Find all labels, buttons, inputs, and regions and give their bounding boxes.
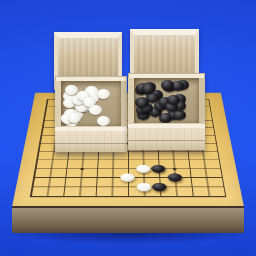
white-stone-H2	[136, 183, 151, 192]
white-stone	[97, 116, 110, 126]
black-stone	[136, 98, 149, 108]
black-stone-box	[128, 73, 205, 150]
black-stone	[167, 95, 180, 105]
white-stone-H4	[136, 165, 150, 173]
black-stone	[142, 84, 155, 94]
box-front-face	[55, 131, 127, 152]
black-stone-J2	[152, 183, 167, 192]
white-stone	[89, 105, 102, 115]
white-stone	[97, 89, 110, 99]
white-stone-box	[55, 76, 127, 152]
go-set-photo	[0, 0, 256, 256]
white-stone-G3	[121, 174, 135, 182]
black-stone-pile	[128, 78, 205, 123]
black-stone-K3	[167, 174, 182, 182]
box-front-face	[128, 128, 205, 150]
board-front-edge	[12, 206, 244, 233]
white-stone	[68, 113, 81, 123]
black-stone-J4	[151, 165, 165, 173]
white-stone-pile	[55, 81, 127, 126]
black-stone	[173, 110, 186, 120]
